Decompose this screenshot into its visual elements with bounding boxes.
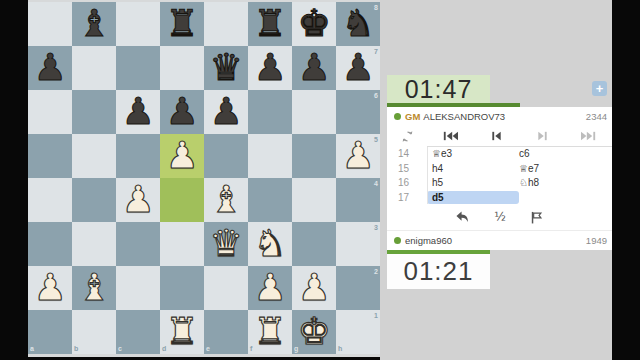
rank-label-7: 7 — [374, 48, 378, 55]
black-rook[interactable]: ♜ — [165, 2, 198, 46]
go-next-button[interactable] — [520, 131, 566, 141]
black-queen[interactable]: ♛ — [209, 46, 242, 90]
game-card: GM ALEKSANDROV73 2344 — [387, 107, 612, 250]
bottom-player-name[interactable]: enigma960 — [405, 235, 452, 246]
online-dot — [394, 237, 401, 244]
black-move-16[interactable]: ♘h8 — [519, 177, 612, 188]
black-pawn[interactable]: ♟ — [297, 46, 330, 90]
file-label-g: g — [294, 345, 298, 352]
rank-label-4: 4 — [374, 180, 378, 187]
white-queen[interactable]: ♛ — [209, 222, 242, 266]
white-king[interactable]: ♚ — [297, 310, 330, 354]
square-h4[interactable]: 4 — [336, 178, 380, 222]
black-pawn[interactable]: ♟ — [33, 46, 66, 90]
square-c7[interactable] — [116, 46, 160, 90]
square-b4[interactable] — [72, 178, 116, 222]
square-a7[interactable]: ♟ — [28, 46, 72, 90]
takeback-button[interactable] — [455, 211, 470, 224]
file-label-f: f — [250, 345, 252, 352]
rank-label-5: 5 — [374, 136, 378, 143]
go-next-icon — [537, 131, 548, 141]
move-number: 16 — [387, 177, 427, 188]
go-first-button[interactable] — [427, 131, 473, 141]
move-number: 17 — [387, 192, 427, 203]
white-knight[interactable]: ♞ — [253, 222, 286, 266]
square-e5[interactable] — [204, 134, 248, 178]
flip-board-button[interactable] — [387, 130, 427, 143]
square-f4[interactable] — [248, 178, 292, 222]
square-f7[interactable]: ♟ — [248, 46, 292, 90]
resign-flag-icon — [530, 211, 544, 224]
file-label-e: e — [206, 345, 210, 352]
square-g3[interactable] — [292, 222, 336, 266]
square-c3[interactable] — [116, 222, 160, 266]
move-row-14: 14♕e3c6 — [387, 147, 612, 161]
square-a6[interactable] — [28, 90, 72, 134]
move-list: 14♕e3c615h4♕e716h5♘h817d5 — [387, 147, 612, 205]
square-g4[interactable] — [292, 178, 336, 222]
square-d4[interactable] — [160, 178, 204, 222]
square-e4[interactable]: ♝ — [204, 178, 248, 222]
square-e1[interactable]: e — [204, 310, 248, 354]
square-f1[interactable]: f♜ — [248, 310, 292, 354]
square-f3[interactable]: ♞ — [248, 222, 292, 266]
go-first-icon — [443, 131, 458, 141]
top-player-clock: 01:47 — [387, 75, 490, 103]
square-d5[interactable]: ♟ — [160, 134, 204, 178]
bottom-player-clock: 01:21 — [387, 254, 490, 289]
bottom-player-row: enigma960 1949 — [387, 230, 612, 250]
square-a1[interactable]: a — [28, 310, 72, 354]
side-panel: 01:47 + GM ALEKSANDROV73 2344 — [380, 0, 612, 360]
go-previous-icon — [491, 131, 502, 141]
file-label-c: c — [118, 345, 122, 352]
square-g1[interactable]: g♚ — [292, 310, 336, 354]
bottom-player-rating: 1949 — [586, 235, 607, 246]
square-d3[interactable] — [160, 222, 204, 266]
square-a8[interactable] — [28, 2, 72, 46]
black-rook[interactable]: ♜ — [253, 2, 286, 46]
square-f6[interactable] — [248, 90, 292, 134]
black-move-14[interactable]: c6 — [519, 148, 612, 159]
black-king[interactable]: ♚ — [297, 2, 330, 46]
square-g2[interactable]: ♟ — [292, 266, 336, 310]
square-b7[interactable] — [72, 46, 116, 90]
white-move-17[interactable]: d5 — [427, 191, 519, 204]
rank-label-3: 3 — [374, 224, 378, 231]
file-label-d: d — [162, 345, 166, 352]
rank-label-6: 6 — [374, 92, 378, 99]
square-h2[interactable]: 2 — [336, 266, 380, 310]
offer-draw-button[interactable]: ½ — [494, 210, 506, 224]
square-c5[interactable] — [116, 134, 160, 178]
square-g5[interactable] — [292, 134, 336, 178]
rank-label-8: 8 — [374, 4, 378, 11]
nav-buttons — [427, 131, 612, 141]
square-e3[interactable]: ♛ — [204, 222, 248, 266]
white-move-16[interactable]: h5 — [427, 177, 519, 188]
white-bishop[interactable]: ♝ — [209, 178, 242, 222]
black-knight[interactable]: ♞ — [341, 2, 374, 46]
square-b3[interactable] — [72, 222, 116, 266]
white-bishop[interactable]: ♝ — [77, 266, 110, 310]
top-player-row: GM ALEKSANDROV73 2344 — [387, 107, 612, 126]
white-move-14[interactable]: ♕e3 — [427, 148, 519, 159]
square-h7[interactable]: 7♟ — [336, 46, 380, 90]
move-number: 15 — [387, 163, 427, 174]
flip-board-icon — [401, 130, 414, 143]
square-c8[interactable] — [116, 2, 160, 46]
square-h5[interactable]: 5♟ — [336, 134, 380, 178]
square-e2[interactable] — [204, 266, 248, 310]
black-pawn[interactable]: ♟ — [165, 90, 198, 134]
go-previous-button[interactable] — [473, 131, 519, 141]
square-a5[interactable] — [28, 134, 72, 178]
game-actions: ½ — [387, 204, 612, 230]
square-e6[interactable]: ♟ — [204, 90, 248, 134]
square-c4[interactable]: ♟ — [116, 178, 160, 222]
square-h6[interactable]: 6 — [336, 90, 380, 134]
square-g8[interactable]: ♚ — [292, 2, 336, 46]
top-player-title: GM — [405, 111, 420, 122]
black-pawn[interactable]: ♟ — [253, 46, 286, 90]
square-b6[interactable] — [72, 90, 116, 134]
white-pawn[interactable]: ♟ — [341, 134, 374, 178]
go-last-icon — [581, 131, 596, 141]
square-h1[interactable]: 1h — [336, 310, 380, 354]
rank-label-1: 1 — [374, 312, 378, 319]
square-d8[interactable]: ♜ — [160, 2, 204, 46]
square-d1[interactable]: d♜ — [160, 310, 204, 354]
white-pawn[interactable]: ♟ — [33, 266, 66, 310]
square-h8[interactable]: 8♞ — [336, 2, 380, 46]
square-d7[interactable] — [160, 46, 204, 90]
square-b5[interactable] — [72, 134, 116, 178]
square-g7[interactable]: ♟ — [292, 46, 336, 90]
white-pawn[interactable]: ♟ — [121, 178, 154, 222]
square-h3[interactable]: 3 — [336, 222, 380, 266]
rank-label-2: 2 — [374, 268, 378, 275]
top-player-rating: 2344 — [586, 111, 607, 122]
chess-board: ♝♜♜♚8♞♟♛♟♟7♟♟♟♟6♟5♟♟♝4♛♞3♟♝♟♟2abcd♜ef♜g♚… — [28, 2, 380, 354]
square-c2[interactable] — [116, 266, 160, 310]
white-rook[interactable]: ♜ — [165, 310, 198, 354]
square-f2[interactable]: ♟ — [248, 266, 292, 310]
square-a4[interactable] — [28, 178, 72, 222]
move-nav-bar — [387, 126, 612, 147]
black-pawn[interactable]: ♟ — [209, 90, 242, 134]
online-dot — [394, 113, 401, 120]
move-row-16: 16h5♘h8 — [387, 176, 612, 190]
resign-button[interactable] — [530, 211, 544, 224]
move-row-17: 17d5 — [387, 190, 612, 204]
white-pawn[interactable]: ♟ — [253, 266, 286, 310]
white-pawn[interactable]: ♟ — [165, 134, 198, 178]
white-pawn[interactable]: ♟ — [297, 266, 330, 310]
board-column: ♝♜♜♚8♞♟♛♟♟7♟♟♟♟6♟5♟♟♝4♛♞3♟♝♟♟2abcd♜ef♜g♚… — [28, 0, 380, 357]
move-row-15: 15h4♕e7 — [387, 161, 612, 175]
square-b1[interactable]: b — [72, 310, 116, 354]
chess-app-screen: ♝♜♜♚8♞♟♛♟♟7♟♟♟♟6♟5♟♟♝4♛♞3♟♝♟♟2abcd♜ef♜g♚… — [0, 0, 640, 360]
file-label-h: h — [338, 345, 342, 352]
square-a3[interactable] — [28, 222, 72, 266]
add-time-button[interactable]: + — [592, 81, 607, 96]
file-label-a: a — [30, 345, 34, 352]
takeback-icon — [455, 211, 470, 224]
black-move-15[interactable]: ♕e7 — [519, 163, 612, 174]
square-a2[interactable]: ♟ — [28, 266, 72, 310]
black-bishop[interactable]: ♝ — [77, 2, 110, 46]
white-move-15[interactable]: h4 — [427, 163, 519, 174]
move-list-divider — [427, 147, 428, 205]
square-e8[interactable] — [204, 2, 248, 46]
square-b8[interactable]: ♝ — [72, 2, 116, 46]
square-g6[interactable] — [292, 90, 336, 134]
square-b2[interactable]: ♝ — [72, 266, 116, 310]
white-rook[interactable]: ♜ — [253, 310, 286, 354]
square-f5[interactable] — [248, 134, 292, 178]
file-label-b: b — [74, 345, 78, 352]
black-pawn[interactable]: ♟ — [341, 46, 374, 90]
go-last-button[interactable] — [566, 131, 612, 141]
square-f8[interactable]: ♜ — [248, 2, 292, 46]
top-player-name[interactable]: ALEKSANDROV73 — [423, 111, 505, 122]
square-e7[interactable]: ♛ — [204, 46, 248, 90]
square-d6[interactable]: ♟ — [160, 90, 204, 134]
move-number: 14 — [387, 148, 427, 159]
square-d2[interactable] — [160, 266, 204, 310]
square-c6[interactable]: ♟ — [116, 90, 160, 134]
square-c1[interactable]: c — [116, 310, 160, 354]
black-pawn[interactable]: ♟ — [121, 90, 154, 134]
